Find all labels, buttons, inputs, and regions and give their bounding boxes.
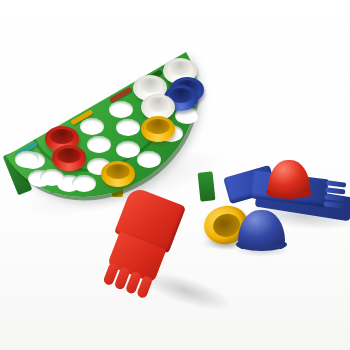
hole-rim-ring-7 — [40, 169, 64, 186]
yellow-hat-on-board — [101, 161, 135, 187]
finger — [326, 180, 346, 187]
finger — [324, 194, 344, 201]
cone-body — [268, 160, 310, 194]
blue-flipper-fingers — [323, 180, 346, 208]
blue-cone-hat — [238, 210, 285, 251]
game-product-photo — [0, 0, 350, 350]
hole-rim-ring-8 — [15, 151, 39, 168]
cone-body — [238, 210, 285, 246]
finger — [325, 187, 345, 194]
hole-row-1-3 — [109, 101, 133, 118]
red-cone-hat — [268, 160, 310, 199]
finger — [323, 201, 343, 208]
hole-row-1-4 — [80, 118, 104, 135]
board-leg-right — [198, 171, 216, 201]
yellow-hat-on-board — [141, 116, 175, 142]
